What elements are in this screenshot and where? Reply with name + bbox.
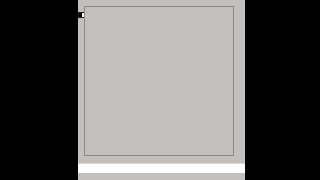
material-pawn-icon bbox=[233, 66, 245, 80]
caption-band bbox=[78, 163, 245, 173]
side-to-move-icon bbox=[78, 12, 85, 18]
rank-labels-right bbox=[234, 7, 240, 155]
chess-board bbox=[85, 7, 233, 155]
file-labels-top bbox=[85, 0, 233, 6]
chess-panel bbox=[78, 0, 245, 180]
rank-labels-left bbox=[78, 7, 84, 155]
